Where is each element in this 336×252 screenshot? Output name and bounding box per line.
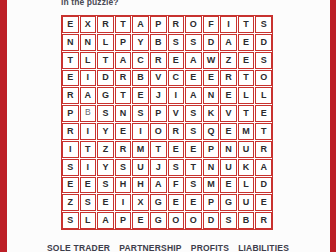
grid-cell[interactable]: P [62, 105, 79, 122]
grid-cell[interactable]: M [203, 177, 220, 194]
grid-cell[interactable]: E [62, 177, 79, 194]
grid-cell[interactable]: T [238, 70, 255, 87]
grid-cell[interactable]: S [62, 159, 79, 176]
grid-cell[interactable]: P [150, 105, 167, 122]
grid-cell[interactable]: U [238, 141, 255, 158]
grid-cell[interactable]: S [132, 105, 149, 122]
grid-cell[interactable]: C [132, 52, 149, 69]
grid-cell[interactable]: T [62, 52, 79, 69]
grid-cell[interactable]: C [168, 70, 185, 87]
word-list-item: SOLE TRADER [47, 243, 110, 252]
grid-cell[interactable]: I [115, 194, 132, 211]
grid-cell[interactable]: E [185, 194, 202, 211]
grid-cell[interactable]: Q [203, 123, 220, 140]
grid-cell[interactable]: I [168, 87, 185, 104]
grid-cell[interactable]: M [238, 123, 255, 140]
grid-cell[interactable]: J [150, 87, 167, 104]
grid-cell[interactable]: V [150, 70, 167, 87]
grid-cell[interactable]: H [132, 177, 149, 194]
grid-cell[interactable]: T [97, 52, 114, 69]
grid-cell[interactable]: R [62, 87, 79, 104]
grid-cell[interactable]: R [97, 16, 114, 33]
grid-cell[interactable]: I [220, 16, 237, 33]
grid-cell[interactable]: I [80, 70, 97, 87]
grid-cell[interactable]: U [220, 159, 237, 176]
grid-cell[interactable]: T [255, 123, 272, 140]
grid-cell[interactable]: E [62, 16, 79, 33]
puzzle-prompt: in the puzzle? [61, 0, 119, 7]
grid-cell[interactable]: R [62, 123, 79, 140]
grid-cell[interactable]: R [168, 16, 185, 33]
grid-cell[interactable]: E [255, 105, 272, 122]
grid-cell[interactable]: A [115, 52, 132, 69]
left-red-border [0, 0, 7, 252]
word-list-item: PARTNERSHIP [119, 243, 182, 252]
grid-cell[interactable]: F [168, 177, 185, 194]
grid-cell[interactable]: S [185, 34, 202, 51]
grid-cell[interactable]: L [238, 177, 255, 194]
grid-cell[interactable]: T [115, 16, 132, 33]
grid-cell[interactable]: T [115, 87, 132, 104]
grid-cell[interactable]: U [132, 159, 149, 176]
grid-cell[interactable]: S [115, 159, 132, 176]
grid-cell[interactable]: S [255, 16, 272, 33]
grid-cell[interactable]: S [97, 105, 114, 122]
grid-cell[interactable]: S [185, 105, 202, 122]
grid-cell[interactable]: A [185, 52, 202, 69]
right-red-border [330, 0, 336, 252]
grid-cell[interactable]: V [220, 105, 237, 122]
grid-cell[interactable]: L [80, 212, 97, 229]
grid-cell[interactable]: L [238, 87, 255, 104]
grid-cell[interactable]: O [150, 123, 167, 140]
grid-cell[interactable]: A [185, 87, 202, 104]
grid-cell[interactable]: E [132, 87, 149, 104]
grid-cell[interactable]: D [255, 177, 272, 194]
grid-cell[interactable]: E [185, 70, 202, 87]
grid-cell[interactable]: W [203, 52, 220, 69]
grid-cell[interactable]: E [220, 123, 237, 140]
grid-cell[interactable]: D [255, 34, 272, 51]
grid-cell[interactable]: E [80, 177, 97, 194]
grid-cell[interactable]: Z [62, 194, 79, 211]
grid-cell[interactable]: A [97, 212, 114, 229]
grid-cell[interactable]: M [132, 141, 149, 158]
grid-cell[interactable]: N [203, 87, 220, 104]
grid-cell[interactable]: E [220, 177, 237, 194]
word-list: SOLE TRADERPARTNERSHIPPROFITSLIABILITIES [47, 243, 289, 252]
grid-cell[interactable]: T [238, 105, 255, 122]
grid-cell[interactable]: Y [97, 159, 114, 176]
grid-cell[interactable]: X [80, 16, 97, 33]
grid-cell[interactable]: P [203, 194, 220, 211]
grid-cell[interactable]: N [115, 105, 132, 122]
grid-cell[interactable]: K [203, 105, 220, 122]
grid-cell[interactable]: P [203, 141, 220, 158]
grid-cell[interactable]: T [80, 141, 97, 158]
grid-cell[interactable]: R [255, 141, 272, 158]
grid-cell[interactable]: D [97, 70, 114, 87]
grid-cell[interactable]: E [238, 52, 255, 69]
grid-cell[interactable]: D [203, 34, 220, 51]
grid-cell[interactable]: E [97, 194, 114, 211]
grid-cell[interactable]: S [220, 212, 237, 229]
grid-cell[interactable]: D [203, 212, 220, 229]
grid-cell[interactable]: O [185, 16, 202, 33]
grid-cell[interactable]: S [62, 212, 79, 229]
grid-cell[interactable]: R [115, 70, 132, 87]
grid-cell[interactable]: S [255, 52, 272, 69]
grid-cell[interactable]: Z [220, 52, 237, 69]
grid-cell[interactable]: N [220, 141, 237, 158]
grid-cell[interactable]: A [150, 177, 167, 194]
grid-cell[interactable]: E [255, 194, 272, 211]
grid-cell[interactable]: F [203, 16, 220, 33]
grid-cell[interactable]: R [255, 212, 272, 229]
grid-cell[interactable]: B [238, 212, 255, 229]
grid-cell[interactable]: S [97, 177, 114, 194]
grid-cell[interactable]: B [132, 70, 149, 87]
grid-cell[interactable]: I [62, 141, 79, 158]
grid-cell[interactable]: G [150, 194, 167, 211]
grid-cell[interactable]: E [62, 70, 79, 87]
grid-cell[interactable]: X [132, 194, 149, 211]
grid-cell[interactable]: V [168, 105, 185, 122]
grid-cell[interactable]: S [80, 194, 97, 211]
grid-cell[interactable]: I [80, 123, 97, 140]
grid-cell[interactable]: E [168, 141, 185, 158]
grid-cell[interactable]: N [203, 159, 220, 176]
word-search-grid: EXRTAPROFITSNNLPYBSSDAEDTLTACREAWZESEIDR… [61, 15, 273, 230]
grid-cell[interactable]: J [150, 159, 167, 176]
grid-cell[interactable]: E [132, 212, 149, 229]
grid-cell[interactable]: N [62, 34, 79, 51]
grid-cell[interactable]: P [115, 34, 132, 51]
grid-cell[interactable]: I [132, 123, 149, 140]
grid-cell[interactable]: A [80, 87, 97, 104]
grid-cell[interactable]: E [168, 52, 185, 69]
grid-cell[interactable]: Y [132, 34, 149, 51]
grid-cell[interactable]: U [238, 194, 255, 211]
grid-cell[interactable]: N [80, 34, 97, 51]
grid-cell[interactable]: P [115, 212, 132, 229]
grid-cell[interactable]: E [168, 194, 185, 211]
grid-cell[interactable]: G [97, 87, 114, 104]
grid-cell[interactable]: P [150, 16, 167, 33]
grid-cell[interactable]: Z [97, 141, 114, 158]
worksheet-preview: in the puzzle? EXRTAPROFITSNNLPYBSSDAEDT… [0, 0, 336, 252]
grid-cell[interactable]: O [255, 70, 272, 87]
grid-cell[interactable]: E [185, 141, 202, 158]
grid-cell[interactable]: H [115, 177, 132, 194]
grid-cell[interactable]: A [132, 16, 149, 33]
grid-cell[interactable]: S [185, 177, 202, 194]
grid-cell[interactable]: L [97, 34, 114, 51]
word-list-item: PROFITS [191, 243, 229, 252]
grid-cell[interactable]: T [150, 141, 167, 158]
grid-cell[interactable]: S [168, 34, 185, 51]
word-list-item: LIABILITIES [238, 243, 289, 252]
grid-cell[interactable]: I [80, 159, 97, 176]
grid-cell[interactable]: E [115, 123, 132, 140]
grid-cell[interactable]: B [150, 34, 167, 51]
grid-cell[interactable]: R [150, 52, 167, 69]
grid-cell[interactable]: A [220, 34, 237, 51]
grid-cell[interactable]: R [220, 70, 237, 87]
grid-cell[interactable]: E [238, 34, 255, 51]
grid-cell[interactable]: G [150, 212, 167, 229]
grid-cell[interactable]: G [220, 194, 237, 211]
grid-cell[interactable]: E [203, 70, 220, 87]
grid-cell[interactable]: B [80, 105, 97, 122]
grid-cell[interactable]: Y [97, 123, 114, 140]
grid-cell[interactable]: O [185, 212, 202, 229]
grid-cell[interactable]: R [168, 123, 185, 140]
grid-cell[interactable]: K [238, 159, 255, 176]
grid-cell[interactable]: S [168, 159, 185, 176]
grid-cell[interactable]: O [168, 212, 185, 229]
grid-cell[interactable]: S [185, 123, 202, 140]
grid-cell[interactable]: E [220, 87, 237, 104]
grid-cell[interactable]: L [255, 87, 272, 104]
grid-cell[interactable]: A [255, 159, 272, 176]
grid-cell[interactable]: T [238, 16, 255, 33]
grid-cell[interactable]: T [185, 159, 202, 176]
grid-cell[interactable]: L [80, 52, 97, 69]
grid-cell[interactable]: R [115, 141, 132, 158]
